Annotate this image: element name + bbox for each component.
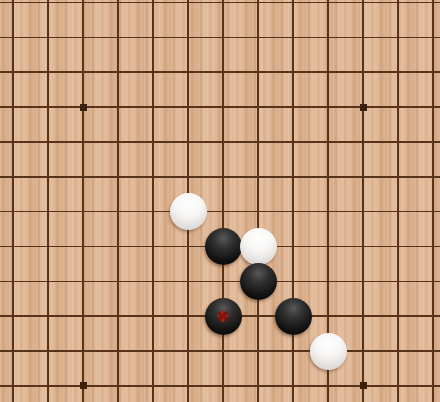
black-stone	[205, 228, 242, 265]
grid-line-vertical	[152, 0, 154, 402]
white-stone	[240, 228, 277, 265]
grid-line-horizontal	[0, 281, 440, 283]
star-point	[360, 104, 367, 111]
grid-line-vertical	[257, 0, 259, 402]
grid-line-horizontal	[0, 211, 440, 213]
grid-line-vertical	[292, 0, 294, 402]
grid-line-vertical	[82, 0, 84, 402]
star-point	[80, 104, 87, 111]
grid-line-vertical	[117, 0, 119, 402]
black-stone	[275, 298, 312, 335]
grid-line-horizontal	[0, 37, 440, 39]
grid-line-vertical	[222, 0, 224, 402]
white-stone	[170, 193, 207, 230]
star-point	[360, 382, 367, 389]
grid-line-vertical	[12, 0, 14, 402]
go-board[interactable]	[0, 0, 440, 402]
grid-line-horizontal	[0, 350, 440, 352]
star-point	[80, 382, 87, 389]
grid-line-vertical	[362, 0, 364, 402]
black-stone	[240, 263, 277, 300]
white-stone	[310, 333, 347, 370]
grid-line-horizontal	[0, 71, 440, 73]
grid-line-horizontal	[0, 106, 440, 108]
black-stone	[205, 298, 242, 335]
grid-line-horizontal	[0, 141, 440, 143]
grid-line-horizontal	[0, 385, 440, 387]
grid-line-horizontal	[0, 176, 440, 178]
grid-line-vertical	[432, 0, 434, 402]
grid-line-horizontal	[0, 2, 440, 4]
grid-line-vertical	[397, 0, 399, 402]
grid-line-vertical	[47, 0, 49, 402]
